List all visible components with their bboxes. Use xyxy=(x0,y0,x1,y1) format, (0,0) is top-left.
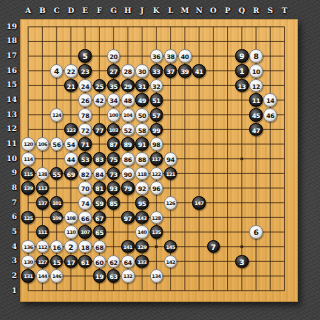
stone-black-H8: 79 xyxy=(121,181,135,195)
stone-black-H11: 89 xyxy=(121,137,135,151)
stone-white-E14: 26 xyxy=(78,93,92,107)
row-label-4: 4 xyxy=(2,242,17,252)
stone-white-H12: 52 xyxy=(121,123,135,137)
stone-white-R15: 12 xyxy=(249,79,263,93)
column-label-E: E xyxy=(78,6,93,16)
stone-white-B11: 106 xyxy=(36,137,50,151)
column-label-D: D xyxy=(63,6,78,16)
stone-white-K2: 134 xyxy=(150,269,164,283)
stone-white-H3: 64 xyxy=(121,255,135,269)
stone-white-H2: 132 xyxy=(121,269,135,283)
stone-white-J12: 58 xyxy=(135,123,149,137)
stone-white-B2: 144 xyxy=(36,269,50,283)
column-label-F: F xyxy=(92,6,107,16)
stone-white-H16: 28 xyxy=(121,64,135,78)
stone-black-M16: 39 xyxy=(178,64,192,78)
star-point-K4 xyxy=(155,245,158,248)
star-point-Q10 xyxy=(240,157,243,160)
stone-black-R12: 47 xyxy=(249,123,263,137)
stone-black-G7: 85 xyxy=(107,196,121,210)
row-label-6: 6 xyxy=(2,212,17,222)
row-label-14: 14 xyxy=(2,95,17,105)
column-label-R: R xyxy=(249,6,264,16)
row-label-10: 10 xyxy=(2,154,17,164)
stone-black-H4: 141 xyxy=(121,240,135,254)
stone-black-D9: 69 xyxy=(64,167,78,181)
stone-white-E7: 74 xyxy=(78,196,92,210)
stone-white-G13: 100 xyxy=(107,108,121,122)
stone-black-Q16: 1 xyxy=(235,64,249,78)
stone-white-J10: 88 xyxy=(135,152,149,166)
column-label-H: H xyxy=(120,6,135,16)
row-label-11: 11 xyxy=(2,139,17,149)
column-label-T: T xyxy=(277,6,292,16)
star-point-Q4 xyxy=(240,245,243,248)
stone-white-D10: 44 xyxy=(64,152,78,166)
stone-black-K5: 135 xyxy=(150,225,164,239)
stone-black-F2: 19 xyxy=(93,269,107,283)
column-label-A: A xyxy=(21,6,36,16)
stone-white-H10: 86 xyxy=(121,152,135,166)
stone-black-E10: 53 xyxy=(78,152,92,166)
stone-white-L7: 126 xyxy=(164,196,178,210)
stone-white-D16: 22 xyxy=(64,64,78,78)
row-label-3: 3 xyxy=(2,256,17,266)
stone-black-F7: 59 xyxy=(93,196,107,210)
row-label-7: 7 xyxy=(2,198,17,208)
stone-white-E15: 24 xyxy=(78,79,92,93)
stone-white-E12: 72 xyxy=(78,123,92,137)
column-label-L: L xyxy=(163,6,178,16)
stone-black-G8: 93 xyxy=(107,181,121,195)
stone-black-R14: 11 xyxy=(249,93,263,107)
stone-white-L10: 94 xyxy=(164,152,178,166)
row-label-9: 9 xyxy=(2,168,17,178)
stone-black-D15: 21 xyxy=(64,79,78,93)
stone-black-B7: 137 xyxy=(36,196,50,210)
stone-white-E13: 78 xyxy=(78,108,92,122)
stone-black-N16: 41 xyxy=(192,64,206,78)
stone-white-S14: 14 xyxy=(263,93,277,107)
stone-white-H9: 90 xyxy=(121,167,135,181)
stone-black-J15: 31 xyxy=(135,79,149,93)
stone-black-H15: 29 xyxy=(121,79,135,93)
stone-black-J7: 95 xyxy=(135,196,149,210)
stone-white-H13: 104 xyxy=(121,108,135,122)
stone-black-Q17: 9 xyxy=(235,49,249,63)
stone-white-J5: 140 xyxy=(135,225,149,239)
stone-white-D5: 110 xyxy=(64,225,78,239)
stone-black-A6: 125 xyxy=(21,211,35,225)
stone-black-F10: 83 xyxy=(93,152,107,166)
stone-black-Q15: 13 xyxy=(235,79,249,93)
row-label-2: 2 xyxy=(2,271,17,281)
column-label-B: B xyxy=(35,6,50,16)
stone-white-J16: 30 xyxy=(135,64,149,78)
stone-black-E16: 23 xyxy=(78,64,92,78)
stone-black-E3: 61 xyxy=(78,255,92,269)
row-label-17: 17 xyxy=(2,51,17,61)
row-label-1: 1 xyxy=(2,286,17,296)
stone-black-C7: 101 xyxy=(50,196,64,210)
stone-white-J9: 118 xyxy=(135,167,149,181)
column-label-J: J xyxy=(135,6,150,16)
column-label-P: P xyxy=(220,6,235,16)
stone-black-E17: 5 xyxy=(78,49,92,63)
stone-black-B8: 113 xyxy=(36,181,50,195)
stone-black-D12: 123 xyxy=(64,123,78,137)
stone-white-R5: 6 xyxy=(249,225,263,239)
stone-black-L16: 37 xyxy=(164,64,178,78)
stone-white-A10: 114 xyxy=(21,152,35,166)
stone-white-C16: 4 xyxy=(50,64,64,78)
column-label-Q: Q xyxy=(234,6,249,16)
stone-white-H14: 48 xyxy=(121,93,135,107)
stone-black-J3: 133 xyxy=(135,255,149,269)
stone-white-D6: 108 xyxy=(64,211,78,225)
column-label-C: C xyxy=(49,6,64,16)
column-label-K: K xyxy=(149,6,164,16)
stone-black-J11: 91 xyxy=(135,137,149,151)
stone-black-H6: 97 xyxy=(121,211,135,225)
column-label-G: G xyxy=(106,6,121,16)
column-label-S: S xyxy=(263,6,278,16)
stone-black-G16: 27 xyxy=(107,64,121,78)
row-label-16: 16 xyxy=(2,66,17,76)
stone-white-S13: 46 xyxy=(263,108,277,122)
stone-black-A8: 139 xyxy=(21,181,35,195)
stone-white-K8: 96 xyxy=(150,181,164,195)
stone-white-M17: 40 xyxy=(178,49,192,63)
stone-black-A2: 131 xyxy=(21,269,35,283)
stone-white-R16: 10 xyxy=(249,64,263,78)
row-label-18: 18 xyxy=(2,36,17,46)
column-label-O: O xyxy=(206,6,221,16)
stone-black-E5: 107 xyxy=(78,225,92,239)
go-board[interactable]: 1234567891011121314151617181920212223242… xyxy=(20,19,298,302)
column-label-N: N xyxy=(192,6,207,16)
row-label-5: 5 xyxy=(2,227,17,237)
row-label-19: 19 xyxy=(2,22,17,32)
stone-black-K10: 117 xyxy=(150,152,164,166)
row-label-13: 13 xyxy=(2,110,17,120)
stone-white-K11: 98 xyxy=(150,137,164,151)
go-diagram: ABCDEFGHJKLMNOPQRST 19181716151413121110… xyxy=(0,0,320,320)
stone-black-D3: 17 xyxy=(64,255,78,269)
stone-white-F14: 42 xyxy=(93,93,107,107)
stone-white-K17: 36 xyxy=(150,49,164,63)
stone-white-D11: 54 xyxy=(64,137,78,151)
stone-black-E11: 71 xyxy=(78,137,92,151)
stone-black-G10: 75 xyxy=(107,152,121,166)
stone-black-J6: 143 xyxy=(135,211,149,225)
stone-white-A11: 120 xyxy=(21,137,35,151)
stone-black-R13: 45 xyxy=(249,108,263,122)
stone-white-E9: 82 xyxy=(78,167,92,181)
stone-white-J13: 50 xyxy=(135,108,149,122)
stone-black-N7: 147 xyxy=(192,196,206,210)
stone-black-K16: 33 xyxy=(150,64,164,78)
row-label-8: 8 xyxy=(2,183,17,193)
stone-black-F8: 81 xyxy=(93,181,107,195)
stone-black-B5: 111 xyxy=(36,225,50,239)
column-label-M: M xyxy=(177,6,192,16)
stone-black-A9: 115 xyxy=(21,167,35,181)
stone-black-K14: 51 xyxy=(150,93,164,107)
row-label-12: 12 xyxy=(2,124,17,134)
stone-white-E6: 66 xyxy=(78,211,92,225)
stone-white-D4: 2 xyxy=(64,240,78,254)
stone-black-F5: 65 xyxy=(93,225,107,239)
stone-white-R17: 8 xyxy=(249,49,263,63)
stone-black-J14: 49 xyxy=(135,93,149,107)
row-label-15: 15 xyxy=(2,80,17,90)
stone-white-A3: 130 xyxy=(21,255,35,269)
stone-white-C13: 124 xyxy=(50,108,64,122)
stone-white-E8: 70 xyxy=(78,181,92,195)
stone-white-J8: 92 xyxy=(135,181,149,195)
stone-black-Q3: 3 xyxy=(235,255,249,269)
stone-black-G2: 63 xyxy=(107,269,121,283)
stone-black-K13: 57 xyxy=(150,108,164,122)
